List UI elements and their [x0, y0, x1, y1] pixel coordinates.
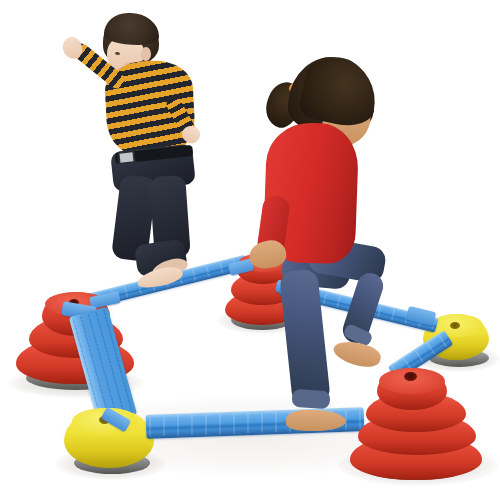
girl-left-leg — [279, 268, 331, 405]
boy-hair-fringe — [104, 13, 159, 45]
boy-belt-buckle — [117, 150, 135, 165]
girl-right-foot — [331, 338, 383, 371]
balance-course-photo: Two barefoot children play on a balance … — [0, 0, 500, 500]
girl-left-cuff — [291, 389, 330, 410]
boy-eye — [115, 52, 120, 56]
boy-ear — [141, 47, 151, 61]
right-yellow-stone-hole — [450, 322, 460, 329]
photo-caption: Two barefoot children play on a balance … — [0, 0, 1, 1]
front-right-red-stone-hole — [404, 372, 417, 381]
